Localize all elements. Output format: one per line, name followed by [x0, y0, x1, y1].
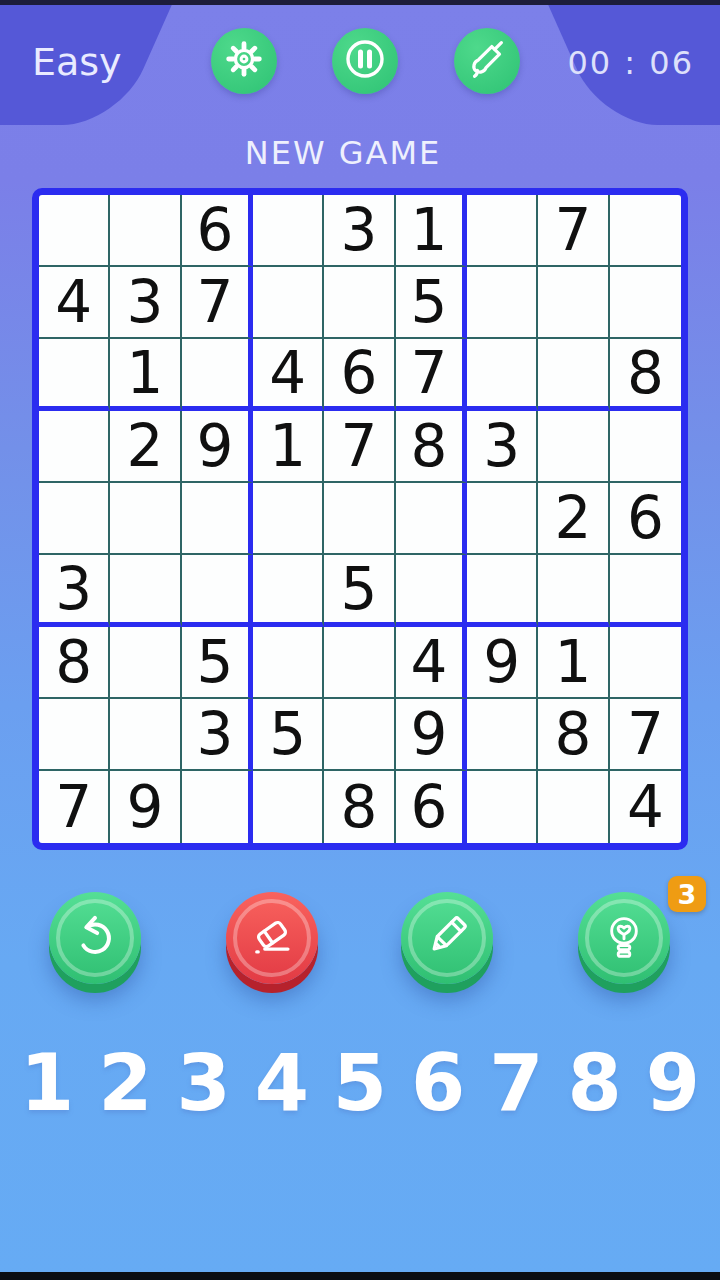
timer: 00 : 06	[567, 44, 694, 82]
undo-icon	[66, 907, 124, 969]
sudoku-cell-r5c9[interactable]: 6	[610, 483, 681, 555]
sudoku-cell-r5c8[interactable]: 2	[538, 483, 609, 555]
sudoku-cell-r6c6[interactable]	[396, 555, 467, 627]
sudoku-cell-r6c1[interactable]: 3	[39, 555, 110, 627]
sudoku-cell-r4c8[interactable]	[538, 411, 609, 483]
sudoku-cell-r1c2[interactable]	[110, 195, 181, 267]
sudoku-cell-r1c5[interactable]: 3	[324, 195, 395, 267]
difficulty-label: Easy	[32, 40, 122, 84]
numpad-key-9[interactable]: 9	[646, 1044, 700, 1122]
sudoku-cell-r5c6[interactable]	[396, 483, 467, 555]
sudoku-cell-r7c9[interactable]	[610, 627, 681, 699]
sudoku-cell-r2c2[interactable]: 3	[110, 267, 181, 339]
sudoku-cell-r4c7[interactable]: 3	[467, 411, 538, 483]
sudoku-cell-r4c2[interactable]: 2	[110, 411, 181, 483]
sudoku-cell-r2c3[interactable]: 7	[182, 267, 253, 339]
sudoku-cell-r8c6[interactable]: 9	[396, 699, 467, 771]
sudoku-cell-r1c8[interactable]: 7	[538, 195, 609, 267]
sudoku-cell-r3c8[interactable]	[538, 339, 609, 411]
sudoku-cell-r3c5[interactable]: 6	[324, 339, 395, 411]
sudoku-cell-r7c5[interactable]	[324, 627, 395, 699]
sudoku-cell-r8c2[interactable]	[110, 699, 181, 771]
sudoku-cell-r3c1[interactable]	[39, 339, 110, 411]
sudoku-cell-r7c2[interactable]	[110, 627, 181, 699]
sudoku-cell-r9c8[interactable]	[538, 771, 609, 843]
numpad-key-1[interactable]: 1	[20, 1044, 74, 1122]
sudoku-cell-r5c2[interactable]	[110, 483, 181, 555]
numpad-key-8[interactable]: 8	[568, 1044, 622, 1122]
screen-bottom-edge	[0, 1272, 720, 1280]
sudoku-cell-r9c3[interactable]	[182, 771, 253, 843]
sudoku-cell-r4c3[interactable]: 9	[182, 411, 253, 483]
sudoku-cell-r4c9[interactable]	[610, 411, 681, 483]
numpad-key-7[interactable]: 7	[489, 1044, 543, 1122]
sudoku-cell-r8c3[interactable]: 3	[182, 699, 253, 771]
sudoku-cell-r7c6[interactable]: 4	[396, 627, 467, 699]
sudoku-cell-r4c6[interactable]: 8	[396, 411, 467, 483]
sudoku-cell-r7c1[interactable]: 8	[39, 627, 110, 699]
numpad-key-5[interactable]: 5	[333, 1044, 387, 1122]
sudoku-cell-r9c9[interactable]: 4	[610, 771, 681, 843]
sudoku-cell-r1c9[interactable]	[610, 195, 681, 267]
sudoku-cell-r3c7[interactable]	[467, 339, 538, 411]
numpad-key-2[interactable]: 2	[98, 1044, 152, 1122]
sudoku-cell-r5c4[interactable]	[253, 483, 324, 555]
sudoku-cell-r6c4[interactable]	[253, 555, 324, 627]
sudoku-cell-r9c4[interactable]	[253, 771, 324, 843]
page-title: NEW GAME	[0, 134, 686, 172]
sudoku-cell-r2c4[interactable]	[253, 267, 324, 339]
undo-button[interactable]	[49, 892, 141, 984]
notes-button[interactable]	[401, 892, 493, 984]
theme-button[interactable]	[454, 28, 520, 94]
eraser-icon	[243, 907, 301, 969]
sudoku-cell-r6c9[interactable]	[610, 555, 681, 627]
sudoku-cell-r1c7[interactable]	[467, 195, 538, 267]
sudoku-cell-r1c3[interactable]: 6	[182, 195, 253, 267]
sudoku-cell-r8c1[interactable]	[39, 699, 110, 771]
sudoku-app-screen: Easy	[0, 0, 720, 1280]
sudoku-cell-r6c5[interactable]: 5	[324, 555, 395, 627]
sudoku-cell-r6c3[interactable]	[182, 555, 253, 627]
sudoku-cell-r5c5[interactable]	[324, 483, 395, 555]
hint-count-badge: 3	[668, 876, 706, 912]
paintbrush-icon	[464, 36, 510, 86]
sudoku-cell-r3c6[interactable]: 7	[396, 339, 467, 411]
number-pad: 1 2 3 4 5 6 7 8 9	[8, 1044, 712, 1122]
sudoku-cell-r2c9[interactable]	[610, 267, 681, 339]
sudoku-cell-r4c4[interactable]: 1	[253, 411, 324, 483]
settings-button[interactable]	[211, 28, 277, 94]
sudoku-cell-r1c4[interactable]	[253, 195, 324, 267]
sudoku-cell-r9c6[interactable]: 6	[396, 771, 467, 843]
gear-icon	[221, 36, 267, 86]
sudoku-cell-r2c7[interactable]	[467, 267, 538, 339]
pause-button[interactable]	[332, 28, 398, 94]
sudoku-cell-r2c1[interactable]: 4	[39, 267, 110, 339]
sudoku-cell-r8c4[interactable]: 5	[253, 699, 324, 771]
sudoku-cell-r4c5[interactable]: 7	[324, 411, 395, 483]
numpad-key-3[interactable]: 3	[176, 1044, 230, 1122]
pause-icon	[341, 35, 389, 87]
sudoku-cell-r9c2[interactable]: 9	[110, 771, 181, 843]
sudoku-board: 63174375146782917832635854913598779864	[32, 188, 688, 850]
sudoku-cell-r5c3[interactable]	[182, 483, 253, 555]
sudoku-cell-r4c1[interactable]	[39, 411, 110, 483]
sudoku-cell-r9c5[interactable]: 8	[324, 771, 395, 843]
pencil-icon	[418, 907, 476, 969]
sudoku-cell-r7c8[interactable]: 1	[538, 627, 609, 699]
lightbulb-icon	[595, 907, 653, 969]
sudoku-cell-r8c7[interactable]	[467, 699, 538, 771]
numpad-key-4[interactable]: 4	[255, 1044, 309, 1122]
sudoku-cell-r1c6[interactable]: 1	[396, 195, 467, 267]
sudoku-cell-r5c7[interactable]	[467, 483, 538, 555]
erase-button[interactable]	[226, 892, 318, 984]
sudoku-cell-r7c7[interactable]: 9	[467, 627, 538, 699]
sudoku-cell-r8c8[interactable]: 8	[538, 699, 609, 771]
sudoku-cell-r9c7[interactable]	[467, 771, 538, 843]
sudoku-cell-r3c9[interactable]: 8	[610, 339, 681, 411]
sudoku-cell-r2c6[interactable]: 5	[396, 267, 467, 339]
sudoku-cell-r8c5[interactable]	[324, 699, 395, 771]
sudoku-cell-r7c3[interactable]: 5	[182, 627, 253, 699]
sudoku-cell-r7c4[interactable]	[253, 627, 324, 699]
sudoku-cell-r1c1[interactable]	[39, 195, 110, 267]
sudoku-cell-r5c1[interactable]	[39, 483, 110, 555]
sudoku-cell-r6c2[interactable]	[110, 555, 181, 627]
sudoku-cell-r2c8[interactable]	[538, 267, 609, 339]
sudoku-cell-r6c7[interactable]	[467, 555, 538, 627]
sudoku-cell-r6c8[interactable]	[538, 555, 609, 627]
screen-top-edge	[0, 0, 720, 5]
sudoku-cell-r8c9[interactable]: 7	[610, 699, 681, 771]
numpad-key-6[interactable]: 6	[411, 1044, 465, 1122]
sudoku-cell-r2c5[interactable]	[324, 267, 395, 339]
hint-button[interactable]	[578, 892, 670, 984]
sudoku-cell-r3c2[interactable]: 1	[110, 339, 181, 411]
sudoku-cell-r3c3[interactable]	[182, 339, 253, 411]
sudoku-cell-r9c1[interactable]: 7	[39, 771, 110, 843]
sudoku-cell-r3c4[interactable]: 4	[253, 339, 324, 411]
